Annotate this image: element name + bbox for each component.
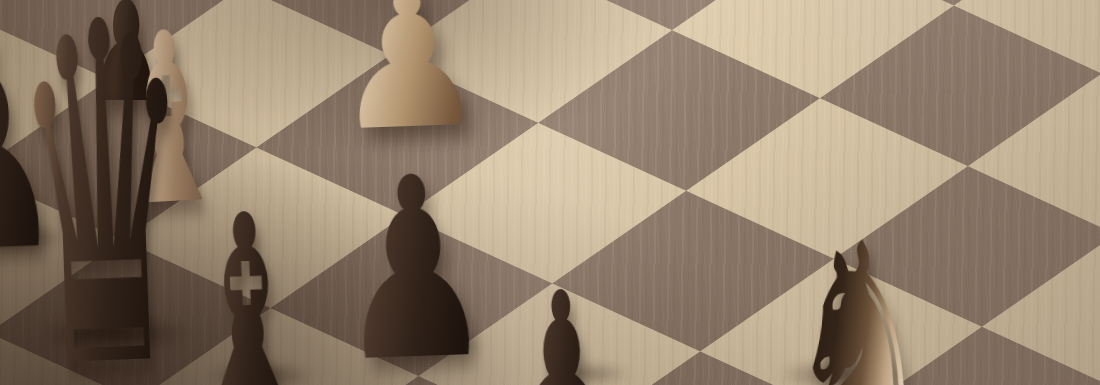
pawn-piece-pawn-middle: ♟ bbox=[331, 142, 497, 385]
chessboard-photo: ♟♟♝♛♟♟♝♟♞ bbox=[0, 0, 1100, 385]
pawn-piece-pawn-left-edge: ♟ bbox=[0, 0, 68, 297]
knight-piece-knight: ♞ bbox=[780, 205, 944, 385]
bishop-piece-bishop-front: ♝ bbox=[180, 179, 315, 385]
pawn-piece-pawn-bottom: ♟ bbox=[507, 263, 617, 385]
